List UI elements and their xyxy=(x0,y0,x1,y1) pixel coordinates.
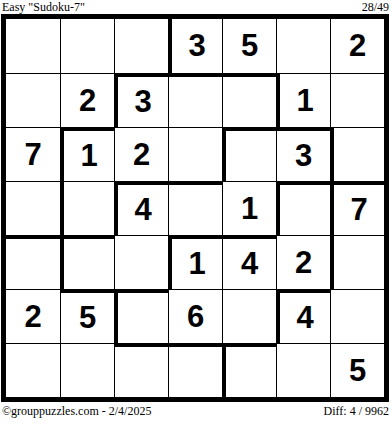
cell-r2c1[interactable] xyxy=(6,73,60,127)
cell-r6c6-given: 4 xyxy=(276,289,330,343)
cell-r4c7-given: 7 xyxy=(330,181,384,235)
cell-r7c7-given: 5 xyxy=(330,343,384,397)
cell-r3c7[interactable] xyxy=(330,127,384,181)
cell-r4c4[interactable] xyxy=(168,181,222,235)
copyright-text: ©grouppuzzles.com - 2/4/2025 xyxy=(2,404,151,418)
cell-r4c2[interactable] xyxy=(60,181,114,235)
cell-r7c1[interactable] xyxy=(6,343,60,397)
cell-r7c3[interactable] xyxy=(114,343,168,397)
header: Easy "Sudoku-7" 28/49 xyxy=(0,0,391,14)
cell-r1c6[interactable] xyxy=(276,19,330,73)
cell-r3c4[interactable] xyxy=(168,127,222,181)
difficulty-text: Diff: 4 / 9962 xyxy=(324,404,389,418)
cell-r7c2[interactable] xyxy=(60,343,114,397)
puzzle-page: Easy "Sudoku-7" 28/49 352231712341714225… xyxy=(0,0,391,426)
cell-r2c3-given: 3 xyxy=(114,73,168,127)
cell-r6c1-given: 2 xyxy=(6,289,60,343)
cell-r4c5-given: 1 xyxy=(222,181,276,235)
cell-r6c4-given: 6 xyxy=(168,289,222,343)
page-title: Easy "Sudoku-7" xyxy=(2,0,85,14)
sudoku-board: 352231712341714225645 xyxy=(1,14,389,402)
cell-r1c2[interactable] xyxy=(60,19,114,73)
cell-r1c1[interactable] xyxy=(6,19,60,73)
cell-r5c4-given: 1 xyxy=(168,235,222,289)
cell-r5c5-given: 4 xyxy=(222,235,276,289)
cell-r3c1-given: 7 xyxy=(6,127,60,181)
cell-r3c3-given: 2 xyxy=(114,127,168,181)
cell-r3c6-given: 3 xyxy=(276,127,330,181)
cell-r4c6[interactable] xyxy=(276,181,330,235)
cell-r1c7-given: 2 xyxy=(330,19,384,73)
cell-r1c3[interactable] xyxy=(114,19,168,73)
cell-r4c1[interactable] xyxy=(6,181,60,235)
cell-r2c5[interactable] xyxy=(222,73,276,127)
cell-r1c5-given: 5 xyxy=(222,19,276,73)
cell-r7c4[interactable] xyxy=(168,343,222,397)
cell-r2c4[interactable] xyxy=(168,73,222,127)
cell-r6c5[interactable] xyxy=(222,289,276,343)
cell-r2c2-given: 2 xyxy=(60,73,114,127)
cell-r5c2[interactable] xyxy=(60,235,114,289)
cell-r7c5[interactable] xyxy=(222,343,276,397)
cell-r6c3[interactable] xyxy=(114,289,168,343)
cell-r5c7[interactable] xyxy=(330,235,384,289)
page-counter: 28/49 xyxy=(362,0,389,14)
cell-r1c4-given: 3 xyxy=(168,19,222,73)
footer: ©grouppuzzles.com - 2/4/2025 Diff: 4 / 9… xyxy=(0,402,391,420)
cell-r7c6[interactable] xyxy=(276,343,330,397)
cell-r2c6-given: 1 xyxy=(276,73,330,127)
cell-r6c7[interactable] xyxy=(330,289,384,343)
cell-r3c2-given: 1 xyxy=(60,127,114,181)
cell-r3c5[interactable] xyxy=(222,127,276,181)
cell-r5c6-given: 2 xyxy=(276,235,330,289)
cell-r4c3-given: 4 xyxy=(114,181,168,235)
cell-r5c3[interactable] xyxy=(114,235,168,289)
cell-r5c1[interactable] xyxy=(6,235,60,289)
cell-r2c7[interactable] xyxy=(330,73,384,127)
cell-r6c2-given: 5 xyxy=(60,289,114,343)
